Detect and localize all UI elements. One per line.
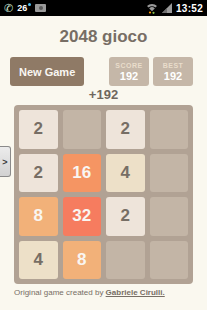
- page-title: 2048 gioco: [0, 27, 207, 47]
- wifi-icon: [146, 2, 158, 14]
- empty-cell: [150, 197, 189, 236]
- new-game-button[interactable]: New Game: [10, 57, 84, 86]
- author-link[interactable]: Gabriele Cirulli.: [106, 288, 165, 297]
- tile-8: 8: [19, 197, 58, 236]
- best-box: BEST 192: [153, 57, 193, 86]
- drawer-handle[interactable]: >: [0, 146, 11, 177]
- tile-8: 8: [63, 241, 102, 280]
- clock: 13:52: [176, 3, 203, 14]
- empty-cell: [106, 241, 145, 280]
- score-label: SCORE: [115, 62, 142, 69]
- tile-4: 4: [19, 241, 58, 280]
- tile-32: 32: [63, 197, 102, 236]
- score-gain-popup: +192: [0, 87, 207, 102]
- scores-group: SCORE 192 BEST 192: [109, 57, 193, 86]
- cell-signal-icon: [161, 2, 173, 14]
- footer-text: Original game created by: [14, 288, 106, 297]
- status-bar: ✆ 26 13:52: [0, 0, 207, 16]
- best-value: 192: [164, 70, 182, 82]
- score-value: 192: [120, 70, 138, 82]
- temperature-indicator: 26: [17, 3, 31, 13]
- tile-4: 4: [106, 154, 145, 193]
- tile-2: 2: [19, 110, 58, 149]
- phone-screen: ✆ 26 13:52 2048 gioco New Game SCORE 192: [0, 0, 207, 310]
- camera-notification-icon: [35, 4, 46, 12]
- chevron-right-icon: >: [2, 157, 7, 167]
- whatsapp-notification-icon: ✆: [4, 3, 13, 14]
- header-row: New Game SCORE 192 BEST 192: [10, 57, 197, 86]
- score-box: SCORE 192: [109, 57, 149, 86]
- best-label: BEST: [163, 62, 184, 69]
- tile-16: 16: [63, 154, 102, 193]
- empty-cell: [150, 154, 189, 193]
- footer-credit: Original game created by Gabriele Cirull…: [14, 288, 165, 297]
- game-board[interactable]: 222164832248: [14, 105, 193, 284]
- empty-cell: [150, 241, 189, 280]
- tile-2: 2: [106, 110, 145, 149]
- empty-cell: [150, 110, 189, 149]
- tile-2: 2: [19, 154, 58, 193]
- empty-cell: [63, 110, 102, 149]
- degree-dot-icon: [28, 3, 31, 6]
- tile-2: 2: [106, 197, 145, 236]
